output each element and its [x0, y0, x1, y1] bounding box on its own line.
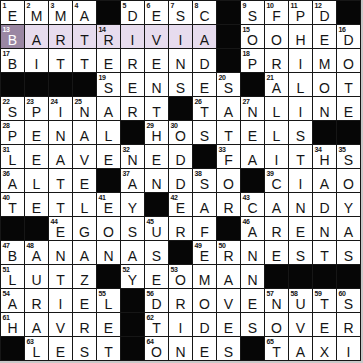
cell-letter: N [241, 249, 264, 263]
grid-cell[interactable]: 42E [169, 193, 192, 216]
cell-letter: D [169, 177, 192, 191]
grid-cell[interactable]: A [73, 121, 96, 144]
grid-cell[interactable]: L [97, 121, 120, 144]
grid-cell[interactable]: O [265, 313, 288, 336]
grid-cell[interactable]: E [73, 289, 96, 312]
grid-cell[interactable]: L [265, 97, 288, 120]
cell-letter: P [25, 105, 48, 119]
grid-cell[interactable]: 52Y [121, 265, 144, 288]
cell-letter: A [121, 249, 144, 263]
cell-letter: T [49, 201, 72, 215]
grid-cell[interactable]: O [265, 25, 288, 48]
cell-letter: Y [121, 273, 144, 287]
grid-cell[interactable]: N [241, 265, 264, 288]
black-cell [49, 73, 72, 96]
grid-cell[interactable]: 60S [337, 289, 360, 312]
grid-cell[interactable]: T [73, 25, 96, 48]
grid-cell[interactable]: S [337, 241, 360, 264]
cell-letter: F [217, 153, 240, 167]
cell-letter: T [145, 105, 168, 119]
grid-cell[interactable]: L [25, 169, 48, 192]
grid-cell[interactable]: V [49, 313, 72, 336]
cell-letter: T [49, 177, 72, 191]
cell-letter: O [169, 129, 192, 143]
grid-cell[interactable]: 2M [25, 1, 48, 24]
grid-cell[interactable]: 32N [121, 145, 144, 168]
cell-letter: N [289, 201, 312, 215]
grid-cell[interactable]: R [25, 289, 48, 312]
grid-cell[interactable]: 35S [337, 145, 360, 168]
black-cell [241, 337, 264, 360]
cell-letter: R [169, 297, 192, 311]
clue-number: 24 [51, 98, 58, 105]
grid-cell[interactable]: E [145, 265, 168, 288]
grid-cell[interactable]: D [169, 145, 192, 168]
cell-letter: V [145, 33, 168, 47]
grid-cell[interactable]: E [241, 121, 264, 144]
grid-cell[interactable]: R [217, 193, 240, 216]
grid-cell[interactable]: E [265, 241, 288, 264]
grid-cell[interactable]: S [289, 121, 312, 144]
grid-cell[interactable]: I [289, 169, 312, 192]
black-cell [313, 265, 336, 288]
cell-letter: A [49, 153, 72, 167]
cell-letter: H [289, 33, 312, 47]
grid-cell[interactable]: E [121, 73, 144, 96]
cell-letter: A [25, 249, 48, 263]
cell-letter: I [265, 153, 288, 167]
grid-cell[interactable]: 30O [169, 121, 192, 144]
grid-cell[interactable]: F [193, 217, 216, 240]
clue-number: 3 [51, 2, 55, 9]
grid-cell[interactable]: E [313, 313, 336, 336]
grid-cell[interactable]: 38S [193, 169, 216, 192]
grid-cell[interactable]: O [193, 289, 216, 312]
grid-cell[interactable]: E [217, 313, 240, 336]
grid-cell[interactable]: 4A [73, 1, 96, 24]
cell-letter: E [313, 33, 336, 47]
grid-cell[interactable]: 24I [49, 97, 72, 120]
grid-cell[interactable]: A [121, 241, 144, 264]
grid-cell[interactable]: T [289, 145, 312, 168]
grid-cell[interactable]: V [145, 25, 168, 48]
grid-cell[interactable]: E [193, 337, 216, 360]
grid-cell[interactable]: S [217, 337, 240, 360]
grid-cell[interactable]: E [289, 217, 312, 240]
black-cell [1, 217, 24, 240]
grid-cell[interactable]: R [265, 217, 288, 240]
cell-letter: E [25, 129, 48, 143]
grid-cell[interactable]: 29H [145, 121, 168, 144]
grid-cell[interactable]: 7S [169, 1, 192, 24]
cell-letter: V [217, 297, 240, 311]
cell-letter: S [217, 345, 240, 359]
grid-cell[interactable]: E [337, 97, 360, 120]
grid-cell[interactable]: 5D [121, 1, 144, 24]
black-cell [217, 1, 240, 24]
grid-cell[interactable]: 39C [265, 169, 288, 192]
grid-cell[interactable]: H [289, 25, 312, 48]
grid-cell[interactable]: Y [337, 193, 360, 216]
grid-cell[interactable]: 11P [289, 1, 312, 24]
black-cell [337, 1, 360, 24]
grid-cell[interactable]: A [313, 169, 336, 192]
grid-cell[interactable]: 23P [25, 97, 48, 120]
cell-letter: A [97, 105, 120, 119]
grid-cell[interactable]: 8C [193, 1, 216, 24]
grid-cell[interactable]: 64O [145, 337, 168, 360]
grid-cell[interactable]: N [145, 169, 168, 192]
grid-cell[interactable]: O [337, 169, 360, 192]
grid-cell[interactable]: E [313, 25, 336, 48]
grid-cell[interactable]: A [73, 241, 96, 264]
cell-letter: D [121, 9, 144, 23]
cell-letter: E [145, 153, 168, 167]
grid-cell[interactable]: 12D [313, 1, 336, 24]
grid-cell[interactable]: A [217, 265, 240, 288]
grid-cell[interactable]: T [217, 121, 240, 144]
cell-letter: I [25, 57, 48, 71]
cell-letter: A [193, 201, 216, 215]
cell-letter: E [241, 297, 264, 311]
grid-cell[interactable]: U [25, 265, 48, 288]
grid-cell[interactable]: 25N [73, 97, 96, 120]
cell-letter: I [121, 33, 144, 47]
grid-cell[interactable]: 51L [1, 265, 24, 288]
cell-letter: U [145, 225, 168, 239]
grid-cell[interactable]: T [49, 265, 72, 288]
black-cell [121, 121, 144, 144]
grid-cell[interactable]: S [73, 337, 96, 360]
grid-cell[interactable]: A [193, 25, 216, 48]
grid-cell[interactable]: 33F [217, 145, 240, 168]
black-cell [337, 121, 360, 144]
cell-letter: T [193, 105, 216, 119]
grid-cell[interactable]: E [193, 73, 216, 96]
grid-cell[interactable]: I [169, 313, 192, 336]
grid-cell[interactable]: D [193, 49, 216, 72]
cell-letter: E [121, 81, 144, 95]
grid-cell[interactable]: A [193, 193, 216, 216]
grid-cell[interactable]: 14R [97, 25, 120, 48]
cell-letter: E [289, 225, 312, 239]
cell-letter: T [145, 321, 168, 335]
grid-cell[interactable]: I [289, 97, 312, 120]
grid-cell[interactable]: T [49, 169, 72, 192]
cell-letter: O [313, 81, 336, 95]
cell-letter: N [169, 57, 192, 71]
grid-cell[interactable]: 40T [1, 193, 24, 216]
grid-cell[interactable]: 41E [97, 193, 120, 216]
grid-cell[interactable]: R [121, 97, 144, 120]
grid-cell[interactable]: N [169, 49, 192, 72]
cell-letter: I [289, 57, 312, 71]
grid-cell[interactable]: N [241, 241, 264, 264]
grid-cell[interactable]: 50R [217, 241, 240, 264]
grid-cell[interactable]: T [313, 241, 336, 264]
grid-cell[interactable]: D [313, 193, 336, 216]
grid-cell[interactable]: 45U [145, 217, 168, 240]
cell-letter: D [145, 297, 168, 311]
grid-cell[interactable]: I [169, 25, 192, 48]
grid-cell[interactable]: S [145, 241, 168, 264]
grid-cell[interactable]: M [313, 49, 336, 72]
grid-cell[interactable]: T [49, 193, 72, 216]
grid-cell[interactable]: I [25, 49, 48, 72]
cell-letter: C [265, 177, 288, 191]
clue-number: 9 [243, 2, 247, 9]
grid-cell[interactable]: E [49, 337, 72, 360]
grid-cell[interactable]: A [241, 145, 264, 168]
grid-cell[interactable]: 37A [121, 169, 144, 192]
grid-cell[interactable]: D [193, 313, 216, 336]
grid-cell[interactable]: R [73, 313, 96, 336]
grid-cell[interactable]: O [97, 217, 120, 240]
grid-cell[interactable]: 65T [265, 337, 288, 360]
grid-cell[interactable]: E [97, 49, 120, 72]
grid-cell[interactable]: E [145, 49, 168, 72]
black-cell [97, 265, 120, 288]
grid-cell[interactable]: E [145, 145, 168, 168]
grid-cell[interactable]: S [289, 241, 312, 264]
grid-cell[interactable]: V [217, 289, 240, 312]
cell-letter: P [241, 57, 264, 71]
cell-letter: U [25, 273, 48, 287]
cell-letter: U [289, 297, 312, 311]
cell-letter: E [145, 57, 168, 71]
grid-cell[interactable]: X [313, 337, 336, 360]
cell-letter: A [25, 321, 48, 335]
grid-cell[interactable]: 49E [193, 241, 216, 264]
cell-letter: A [265, 201, 288, 215]
grid-cell[interactable]: N [49, 121, 72, 144]
cell-letter: V [73, 153, 96, 167]
grid-cell[interactable]: R [121, 49, 144, 72]
clue-number: 5 [123, 2, 127, 9]
grid-cell[interactable]: I [49, 289, 72, 312]
grid-cell[interactable]: 31L [1, 145, 24, 168]
grid-cell[interactable]: 16D [337, 25, 360, 48]
grid-cell[interactable]: L [289, 73, 312, 96]
grid-cell[interactable]: 28P [1, 121, 24, 144]
grid-cell[interactable]: A [97, 97, 120, 120]
cell-letter: A [73, 249, 96, 263]
grid-cell[interactable]: L [265, 121, 288, 144]
grid-cell[interactable]: 17B [1, 49, 24, 72]
grid-cell[interactable]: R [49, 25, 72, 48]
grid-cell[interactable]: A [337, 217, 360, 240]
cell-letter: I [337, 345, 360, 359]
cell-letter: L [25, 177, 48, 191]
grid-cell[interactable]: 56D [145, 289, 168, 312]
grid-cell[interactable]: A [25, 25, 48, 48]
cell-letter: L [97, 297, 120, 311]
cell-letter: V [49, 321, 72, 335]
cell-letter: R [97, 33, 120, 47]
grid-cell[interactable]: Y [121, 193, 144, 216]
black-cell [1, 73, 24, 96]
grid-cell[interactable]: T [49, 49, 72, 72]
grid-cell[interactable]: 36A [1, 169, 24, 192]
grid-cell[interactable]: T [73, 49, 96, 72]
grid-cell[interactable]: R [169, 289, 192, 312]
cell-letter: R [49, 33, 72, 47]
clue-number: 1 [3, 2, 7, 9]
cell-letter: O [145, 345, 168, 359]
grid-cell[interactable]: S [169, 73, 192, 96]
cell-letter: E [73, 177, 96, 191]
grid-cell[interactable]: R [265, 49, 288, 72]
grid-cell[interactable]: T [145, 97, 168, 120]
grid-cell[interactable]: T [337, 73, 360, 96]
grid-cell[interactable]: L [73, 193, 96, 216]
cell-letter: N [97, 249, 120, 263]
grid-cell[interactable]: E [97, 145, 120, 168]
grid-cell[interactable]: E [25, 145, 48, 168]
cell-letter: R [217, 249, 240, 263]
grid-cell[interactable]: I [289, 49, 312, 72]
cell-letter: A [313, 177, 336, 191]
grid-cell[interactable]: N [145, 73, 168, 96]
grid-cell[interactable]: O [217, 169, 240, 192]
cell-letter: L [265, 129, 288, 143]
grid-cell[interactable]: E [73, 169, 96, 192]
cell-letter: O [241, 33, 264, 47]
grid-cell[interactable]: 48A [25, 241, 48, 264]
grid-cell[interactable]: 15O [241, 25, 264, 48]
cell-letter: S [169, 9, 192, 23]
cell-letter: T [97, 345, 120, 359]
cell-letter: A [241, 153, 264, 167]
grid-cell[interactable]: 62T [145, 313, 168, 336]
grid-cell[interactable]: 22S [1, 97, 24, 120]
grid-cell[interactable]: N [313, 217, 336, 240]
grid-cell[interactable]: A [49, 145, 72, 168]
grid-cell[interactable]: 58U [289, 289, 312, 312]
cell-letter: E [97, 153, 120, 167]
cell-letter: N [313, 225, 336, 239]
grid-cell[interactable]: R [169, 217, 192, 240]
cell-letter: I [169, 321, 192, 335]
cell-letter: R [121, 105, 144, 119]
grid-cell[interactable]: D [169, 169, 192, 192]
grid-cell[interactable]: 61H [1, 313, 24, 336]
cell-letter: E [1, 9, 24, 23]
grid-cell[interactable]: 20S [217, 73, 240, 96]
cell-letter: D [169, 153, 192, 167]
grid-cell[interactable]: I [337, 337, 360, 360]
cell-letter: R [337, 321, 360, 335]
grid-cell[interactable]: M [193, 265, 216, 288]
cell-letter: A [217, 105, 240, 119]
grid-cell[interactable]: G [73, 217, 96, 240]
grid-cell[interactable]: N [49, 241, 72, 264]
grid-cell[interactable]: E [241, 289, 264, 312]
grid-cell[interactable]: S [241, 313, 264, 336]
grid-cell[interactable]: N [97, 241, 120, 264]
cell-letter: R [217, 201, 240, 215]
cell-letter: S [217, 81, 240, 95]
grid-cell[interactable]: 55L [97, 289, 120, 312]
cell-letter: T [49, 57, 72, 71]
grid-cell[interactable]: N [313, 97, 336, 120]
grid-cell[interactable]: 9S [241, 1, 264, 24]
black-cell [241, 73, 264, 96]
grid-cell[interactable]: O [313, 73, 336, 96]
grid-cell[interactable]: T [97, 337, 120, 360]
grid-cell[interactable]: O [337, 49, 360, 72]
black-cell [25, 217, 48, 240]
grid-cell[interactable]: 26T [193, 97, 216, 120]
black-cell [289, 265, 312, 288]
grid-cell[interactable]: 57N [265, 289, 288, 312]
grid-cell[interactable]: 10F [265, 1, 288, 24]
cell-letter: V [289, 321, 312, 335]
black-cell [217, 25, 240, 48]
grid-cell[interactable]: S [121, 217, 144, 240]
cell-letter: R [169, 225, 192, 239]
black-cell [145, 193, 168, 216]
cell-letter: A [337, 225, 360, 239]
grid-cell[interactable]: 53O [169, 265, 192, 288]
cell-letter: M [313, 57, 336, 71]
black-cell [97, 1, 120, 24]
grid-cell[interactable]: Z [73, 265, 96, 288]
grid-cell[interactable]: 63L [25, 337, 48, 360]
cell-letter: A [289, 345, 312, 359]
grid-cell[interactable]: R [337, 313, 360, 336]
grid-cell[interactable]: 59T [313, 289, 336, 312]
black-cell [337, 265, 360, 288]
grid-cell[interactable]: 19S [97, 73, 120, 96]
grid-cell[interactable]: V [73, 145, 96, 168]
grid-cell[interactable]: A [25, 313, 48, 336]
grid-cell[interactable]: E [97, 313, 120, 336]
grid-cell[interactable]: I [265, 145, 288, 168]
grid-cell[interactable]: E [25, 193, 48, 216]
cell-letter: Y [337, 201, 360, 215]
grid-cell[interactable]: N [169, 337, 192, 360]
grid-cell[interactable]: V [289, 313, 312, 336]
cell-letter: T [289, 153, 312, 167]
cell-letter: C [193, 9, 216, 23]
grid-cell[interactable]: 6E [145, 1, 168, 24]
selected-cell[interactable]: 13B [1, 25, 24, 48]
grid-cell[interactable]: 21A [265, 73, 288, 96]
grid-cell[interactable]: 43C [241, 193, 264, 216]
grid-cell[interactable]: 44E [49, 217, 72, 240]
cell-letter: C [241, 201, 264, 215]
grid-cell[interactable]: 18P [241, 49, 264, 72]
grid-cell[interactable]: A [265, 193, 288, 216]
grid-cell[interactable]: A [217, 97, 240, 120]
grid-cell[interactable]: S [193, 121, 216, 144]
black-cell [121, 289, 144, 312]
grid-cell[interactable]: 1E [1, 1, 24, 24]
grid-cell[interactable]: N [289, 193, 312, 216]
cell-letter: T [49, 273, 72, 287]
grid-cell[interactable]: E [25, 121, 48, 144]
cell-letter: D [337, 33, 360, 47]
grid-cell[interactable]: 27N [241, 97, 264, 120]
grid-cell[interactable]: 3M [49, 1, 72, 24]
grid-cell[interactable]: 34H [313, 145, 336, 168]
grid-cell[interactable]: 54A [1, 289, 24, 312]
grid-cell[interactable]: I [121, 25, 144, 48]
grid-cell[interactable]: 47B [1, 241, 24, 264]
grid-cell[interactable]: A [289, 337, 312, 360]
grid-cell[interactable]: 46A [241, 217, 264, 240]
